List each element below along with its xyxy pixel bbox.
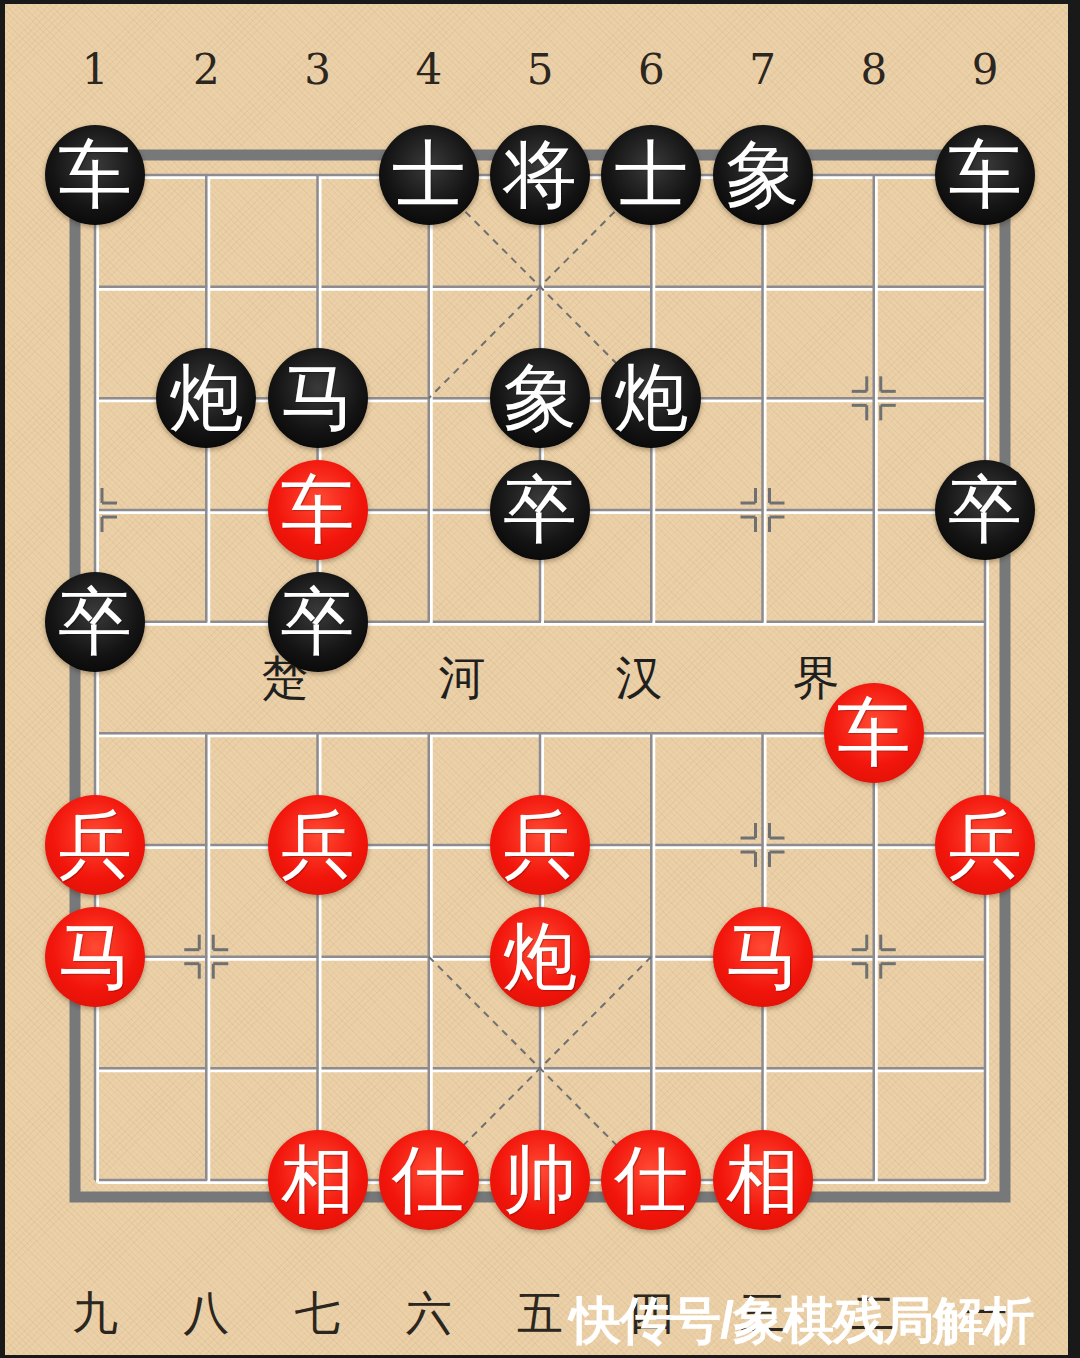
- image-frame-right: [1068, 0, 1080, 1358]
- piece-glyph: 兵: [281, 808, 355, 882]
- file-label-bottom-5: 五: [517, 1291, 563, 1337]
- piece-black-卒-f1r5[interactable]: 卒: [45, 572, 145, 672]
- piece-black-车-f1r1[interactable]: 车: [45, 125, 145, 225]
- piece-black-卒-f3r5[interactable]: 卒: [268, 572, 368, 672]
- file-label-bottom-4: 六: [406, 1291, 452, 1337]
- piece-glyph: 炮: [169, 361, 243, 435]
- piece-black-士-f6r1[interactable]: 士: [601, 125, 701, 225]
- piece-black-象-f7r1[interactable]: 象: [713, 125, 813, 225]
- file-label-top-6: 6: [638, 49, 665, 91]
- piece-glyph: 马: [726, 920, 800, 994]
- file-label-top-2: 2: [193, 49, 220, 91]
- piece-black-象-f5r3[interactable]: 象: [490, 348, 590, 448]
- river-label-4: 界: [793, 655, 840, 702]
- piece-glyph: 兵: [948, 808, 1022, 882]
- piece-glyph: 象: [726, 138, 800, 212]
- piece-glyph: 马: [281, 361, 355, 435]
- piece-glyph: 兵: [503, 808, 577, 882]
- piece-red-车-f8r6[interactable]: 车: [824, 683, 924, 783]
- piece-glyph: 士: [614, 138, 688, 212]
- piece-glyph: 炮: [614, 361, 688, 435]
- piece-red-兵-f5r7[interactable]: 兵: [490, 795, 590, 895]
- piece-black-将-f5r1[interactable]: 将: [490, 125, 590, 225]
- piece-red-兵-f1r7[interactable]: 兵: [45, 795, 145, 895]
- piece-glyph: 相: [281, 1143, 355, 1217]
- piece-black-卒-f5r4[interactable]: 卒: [490, 460, 590, 560]
- file-label-top-8: 8: [860, 49, 887, 91]
- piece-glyph: 帅: [503, 1143, 577, 1217]
- file-label-bottom-1: 九: [72, 1291, 118, 1337]
- file-label-top-9: 9: [972, 49, 999, 91]
- watermark-text: 快传号/象棋残局解析: [570, 1292, 1033, 1351]
- piece-red-相-f7r10[interactable]: 相: [713, 1130, 813, 1230]
- piece-red-帅-f5r10[interactable]: 帅: [490, 1130, 590, 1230]
- image-frame-left: [0, 0, 5, 1358]
- file-label-bottom-3: 七: [295, 1291, 341, 1337]
- piece-red-仕-f6r10[interactable]: 仕: [601, 1130, 701, 1230]
- piece-red-仕-f4r10[interactable]: 仕: [379, 1130, 479, 1230]
- piece-red-兵-f3r7[interactable]: 兵: [268, 795, 368, 895]
- piece-red-马-f7r8[interactable]: 马: [713, 907, 813, 1007]
- file-label-bottom-2: 八: [183, 1291, 229, 1337]
- piece-black-马-f3r3[interactable]: 马: [268, 348, 368, 448]
- piece-glyph: 士: [392, 138, 466, 212]
- piece-black-卒-f9r4[interactable]: 卒: [935, 460, 1035, 560]
- piece-black-士-f4r1[interactable]: 士: [379, 125, 479, 225]
- file-label-top-1: 1: [82, 49, 109, 91]
- piece-glyph: 炮: [503, 920, 577, 994]
- piece-glyph: 仕: [614, 1143, 688, 1217]
- file-label-top-3: 3: [304, 49, 331, 91]
- piece-glyph: 相: [726, 1143, 800, 1217]
- file-label-top-5: 5: [527, 49, 554, 91]
- piece-glyph: 仕: [392, 1143, 466, 1217]
- piece-glyph: 车: [58, 138, 132, 212]
- piece-red-马-f1r8[interactable]: 马: [45, 907, 145, 1007]
- piece-glyph: 马: [58, 920, 132, 994]
- piece-glyph: 卒: [58, 585, 132, 659]
- piece-glyph: 卒: [281, 585, 355, 659]
- piece-black-车-f9r1[interactable]: 车: [935, 125, 1035, 225]
- piece-glyph: 车: [837, 696, 911, 770]
- piece-glyph: 卒: [948, 473, 1022, 547]
- file-label-top-7: 7: [749, 49, 776, 91]
- piece-glyph: 车: [281, 473, 355, 547]
- image-frame-top: [0, 0, 1080, 4]
- river-label-3: 汉: [616, 655, 663, 702]
- piece-red-兵-f9r7[interactable]: 兵: [935, 795, 1035, 895]
- piece-glyph: 卒: [503, 473, 577, 547]
- piece-glyph: 车: [948, 138, 1022, 212]
- river-label-2: 河: [439, 655, 486, 702]
- piece-glyph: 象: [503, 361, 577, 435]
- piece-glyph: 兵: [58, 808, 132, 882]
- piece-red-炮-f5r8[interactable]: 炮: [490, 907, 590, 1007]
- piece-glyph: 将: [503, 138, 577, 212]
- piece-black-炮-f6r3[interactable]: 炮: [601, 348, 701, 448]
- xiangqi-board-screenshot: 123456789 九八七六五四三二一 楚河汉界 车士将士象车炮马象炮车卒卒卒卒…: [0, 0, 1080, 1358]
- file-label-top-4: 4: [415, 49, 442, 91]
- piece-red-车-f3r4[interactable]: 车: [268, 460, 368, 560]
- piece-black-炮-f2r3[interactable]: 炮: [156, 348, 256, 448]
- piece-red-相-f3r10[interactable]: 相: [268, 1130, 368, 1230]
